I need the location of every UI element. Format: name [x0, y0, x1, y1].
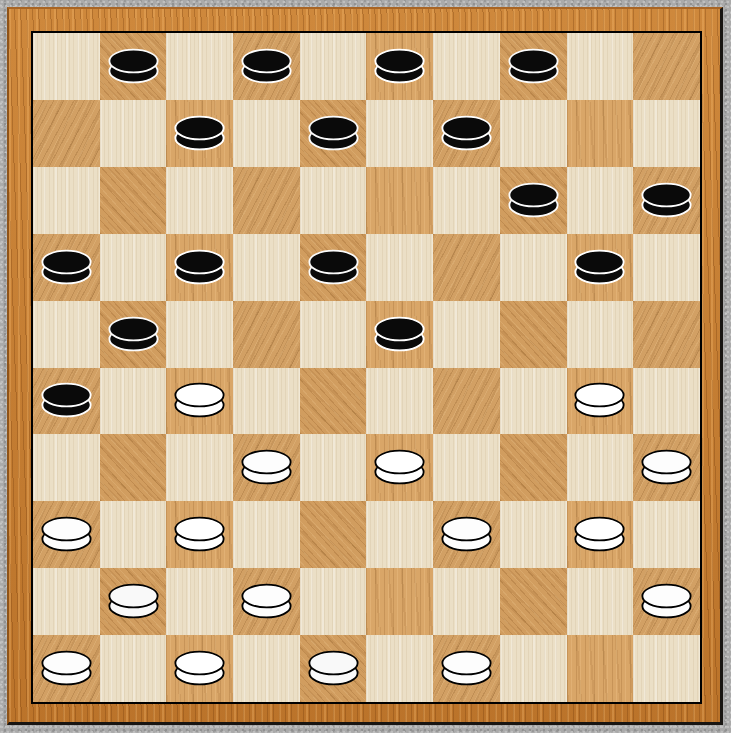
square-50[interactable] [567, 635, 634, 702]
square-4[interactable] [500, 33, 567, 100]
black-man[interactable] [172, 247, 227, 288]
black-man-icon [306, 113, 361, 154]
white-man-icon [239, 581, 294, 622]
light-square-r3c5[interactable] [300, 167, 367, 234]
light-square-r10c2[interactable] [100, 635, 167, 702]
square-13[interactable] [366, 167, 433, 234]
white-man[interactable] [572, 514, 627, 555]
light-square-r6c2[interactable] [100, 368, 167, 435]
white-man[interactable] [639, 581, 694, 622]
light-square-r1c7[interactable] [433, 33, 500, 100]
square-40[interactable] [567, 501, 634, 568]
square-46[interactable] [33, 635, 100, 702]
white-man[interactable] [239, 447, 294, 488]
white-man[interactable] [172, 380, 227, 421]
square-34[interactable] [500, 434, 567, 501]
light-square-r4c4[interactable] [233, 234, 300, 301]
square-5[interactable] [633, 33, 700, 100]
light-square-r10c6[interactable] [366, 635, 433, 702]
light-square-r9c5[interactable] [300, 568, 367, 635]
square-7[interactable] [166, 100, 233, 167]
square-31[interactable] [100, 434, 167, 501]
light-square-r8c6[interactable] [366, 501, 433, 568]
light-square-r6c6[interactable] [366, 368, 433, 435]
square-24[interactable] [500, 301, 567, 368]
square-27[interactable] [166, 368, 233, 435]
square-19[interactable] [433, 234, 500, 301]
white-man-icon [106, 581, 161, 622]
black-man[interactable] [172, 113, 227, 154]
white-man-icon [39, 514, 94, 555]
light-square-r7c1[interactable] [33, 434, 100, 501]
light-square-r7c5[interactable] [300, 434, 367, 501]
square-25[interactable] [633, 301, 700, 368]
black-man-icon [639, 180, 694, 221]
white-man[interactable] [306, 648, 361, 689]
white-man[interactable] [372, 447, 427, 488]
black-man-icon [439, 113, 494, 154]
square-17[interactable] [166, 234, 233, 301]
white-man-icon [239, 447, 294, 488]
black-man[interactable] [239, 46, 294, 87]
light-square-r2c6[interactable] [366, 100, 433, 167]
black-man[interactable] [372, 314, 427, 355]
black-man-icon [39, 247, 94, 288]
square-18[interactable] [300, 234, 367, 301]
square-43[interactable] [366, 568, 433, 635]
square-30[interactable] [567, 368, 634, 435]
light-square-r3c1[interactable] [33, 167, 100, 234]
square-1[interactable] [100, 33, 167, 100]
light-square-r1c1[interactable] [33, 33, 100, 100]
light-square-r5c3[interactable] [166, 301, 233, 368]
square-10[interactable] [567, 100, 634, 167]
square-15[interactable] [633, 167, 700, 234]
square-35[interactable] [633, 434, 700, 501]
light-square-r7c9[interactable] [567, 434, 634, 501]
light-square-r8c4[interactable] [233, 501, 300, 568]
square-14[interactable] [500, 167, 567, 234]
square-45[interactable] [633, 568, 700, 635]
square-32[interactable] [233, 434, 300, 501]
draughts-board [31, 31, 702, 704]
light-square-r6c10[interactable] [633, 368, 700, 435]
light-square-r5c7[interactable] [433, 301, 500, 368]
light-square-r1c9[interactable] [567, 33, 634, 100]
light-square-r10c4[interactable] [233, 635, 300, 702]
light-square-r5c1[interactable] [33, 301, 100, 368]
black-man-icon [572, 247, 627, 288]
black-man[interactable] [39, 380, 94, 421]
white-man[interactable] [239, 581, 294, 622]
light-square-r2c10[interactable] [633, 100, 700, 167]
black-man[interactable] [439, 113, 494, 154]
square-16[interactable] [33, 234, 100, 301]
light-square-r9c3[interactable] [166, 568, 233, 635]
white-man[interactable] [439, 648, 494, 689]
black-man[interactable] [106, 314, 161, 355]
square-41[interactable] [100, 568, 167, 635]
white-man-icon [306, 648, 361, 689]
black-man-icon [506, 46, 561, 87]
light-square-r2c8[interactable] [500, 100, 567, 167]
white-man-icon [572, 380, 627, 421]
white-man-icon [172, 514, 227, 555]
square-33[interactable] [366, 434, 433, 501]
black-man[interactable] [372, 46, 427, 87]
light-square-r8c2[interactable] [100, 501, 167, 568]
white-man-icon [572, 514, 627, 555]
light-square-r2c2[interactable] [100, 100, 167, 167]
black-man[interactable] [639, 180, 694, 221]
light-square-r6c4[interactable] [233, 368, 300, 435]
white-man-icon [639, 581, 694, 622]
white-man-icon [172, 648, 227, 689]
square-29[interactable] [433, 368, 500, 435]
square-47[interactable] [166, 635, 233, 702]
light-square-r10c10[interactable] [633, 635, 700, 702]
white-man[interactable] [39, 648, 94, 689]
black-man-icon [372, 314, 427, 355]
white-man-icon [439, 514, 494, 555]
black-man-icon [106, 46, 161, 87]
square-36[interactable] [33, 501, 100, 568]
light-square-r4c6[interactable] [366, 234, 433, 301]
white-man-icon [39, 648, 94, 689]
square-38[interactable] [300, 501, 367, 568]
white-man-icon [639, 447, 694, 488]
square-21[interactable] [100, 301, 167, 368]
light-square-r9c1[interactable] [33, 568, 100, 635]
square-9[interactable] [433, 100, 500, 167]
light-square-r1c5[interactable] [300, 33, 367, 100]
black-man-icon [306, 247, 361, 288]
square-37[interactable] [166, 501, 233, 568]
light-square-r3c9[interactable] [567, 167, 634, 234]
square-20[interactable] [567, 234, 634, 301]
white-man-icon [372, 447, 427, 488]
black-man-icon [239, 46, 294, 87]
light-square-r4c10[interactable] [633, 234, 700, 301]
light-square-r3c7[interactable] [433, 167, 500, 234]
black-man-icon [39, 380, 94, 421]
light-square-r9c7[interactable] [433, 568, 500, 635]
white-man-icon [172, 380, 227, 421]
light-square-r8c10[interactable] [633, 501, 700, 568]
square-11[interactable] [100, 167, 167, 234]
white-man[interactable] [106, 581, 161, 622]
light-square-r9c9[interactable] [567, 568, 634, 635]
light-square-r5c5[interactable] [300, 301, 367, 368]
white-man-icon [439, 648, 494, 689]
light-square-r7c3[interactable] [166, 434, 233, 501]
light-square-r4c8[interactable] [500, 234, 567, 301]
black-man[interactable] [306, 247, 361, 288]
black-man-icon [106, 314, 161, 355]
square-23[interactable] [366, 301, 433, 368]
white-man[interactable] [439, 514, 494, 555]
app-background [0, 0, 731, 733]
white-man[interactable] [39, 514, 94, 555]
light-square-r7c7[interactable] [433, 434, 500, 501]
light-square-r8c8[interactable] [500, 501, 567, 568]
black-man[interactable] [306, 113, 361, 154]
square-22[interactable] [233, 301, 300, 368]
square-44[interactable] [500, 568, 567, 635]
black-man[interactable] [572, 247, 627, 288]
light-square-r2c4[interactable] [233, 100, 300, 167]
square-39[interactable] [433, 501, 500, 568]
light-square-r5c9[interactable] [567, 301, 634, 368]
light-square-r6c8[interactable] [500, 368, 567, 435]
square-8[interactable] [300, 100, 367, 167]
black-man[interactable] [506, 46, 561, 87]
light-square-r1c3[interactable] [166, 33, 233, 100]
black-man-icon [172, 113, 227, 154]
black-man-icon [506, 180, 561, 221]
square-12[interactable] [233, 167, 300, 234]
white-man[interactable] [572, 380, 627, 421]
square-2[interactable] [233, 33, 300, 100]
square-48[interactable] [300, 635, 367, 702]
white-man[interactable] [172, 648, 227, 689]
square-49[interactable] [433, 635, 500, 702]
white-man[interactable] [639, 447, 694, 488]
square-3[interactable] [366, 33, 433, 100]
square-28[interactable] [300, 368, 367, 435]
black-man[interactable] [106, 46, 161, 87]
black-man[interactable] [506, 180, 561, 221]
light-square-r3c3[interactable] [166, 167, 233, 234]
light-square-r4c2[interactable] [100, 234, 167, 301]
black-man-icon [172, 247, 227, 288]
square-6[interactable] [33, 100, 100, 167]
square-42[interactable] [233, 568, 300, 635]
black-man-icon [372, 46, 427, 87]
white-man[interactable] [172, 514, 227, 555]
black-man[interactable] [39, 247, 94, 288]
light-square-r10c8[interactable] [500, 635, 567, 702]
square-26[interactable] [33, 368, 100, 435]
